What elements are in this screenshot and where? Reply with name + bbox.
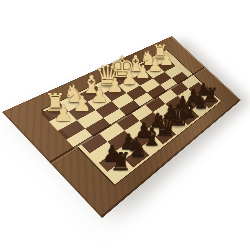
- piece-shadow: [129, 155, 145, 160]
- piece-shadow: [113, 76, 131, 82]
- piece-shadow: [144, 143, 160, 148]
- piece-black-pawn: ♟: [149, 111, 167, 131]
- piece-shadow: [142, 63, 154, 67]
- piece-shadow: [105, 158, 119, 162]
- piece-white-pawn: ♟: [73, 93, 92, 114]
- piece-shadow: [84, 91, 99, 96]
- piece-black-pawn: ♟: [119, 130, 138, 151]
- piece-shadow: [177, 108, 188, 112]
- piece-shadow: [162, 64, 172, 67]
- piece-shadow: [165, 117, 177, 121]
- piece-white-bishop: ♝: [80, 73, 102, 98]
- piece-shadow: [66, 100, 81, 105]
- piece-shadow: [152, 126, 164, 130]
- piece-black-pawn: ♟: [196, 81, 211, 98]
- piece-shadow: [205, 100, 217, 104]
- piece-white-king: ♚: [109, 54, 135, 83]
- piece-black-knight: ♞: [126, 136, 148, 161]
- board-photo: ♜♞♝♛♚♝♞♜♟♟♟♟♟♟♟♟♟♟♟♟♟♟♟♟♜♞♝♛♚♝♞♜: [0, 0, 250, 250]
- piece-black-king: ♚: [165, 101, 191, 130]
- piece-shadow: [198, 93, 208, 96]
- piece-shadow: [122, 147, 135, 151]
- piece-black-rook: ♜: [109, 148, 131, 173]
- piece-black-bishop: ♝: [141, 124, 163, 149]
- piece-shadow: [188, 101, 199, 104]
- piece-shadow: [47, 110, 62, 115]
- pieces-layer: ♜♞♝♛♚♝♞♜♟♟♟♟♟♟♟♟♟♟♟♟♟♟♟♟♜♞♝♛♚♝♞♜: [0, 0, 250, 250]
- piece-white-pawn: ♟: [106, 76, 123, 95]
- piece-shadow: [137, 77, 148, 81]
- piece-black-pawn: ♟: [135, 120, 153, 140]
- piece-white-pawn: ♟: [159, 51, 174, 68]
- piece-shadow: [124, 84, 136, 88]
- piece-shadow: [194, 107, 207, 111]
- piece-shadow: [169, 123, 187, 129]
- piece-shadow: [56, 119, 70, 123]
- piece-black-knight: ♞: [191, 92, 209, 112]
- piece-white-knight: ♞: [139, 48, 157, 68]
- piece-white-bishop: ♝: [126, 53, 146, 75]
- piece-shadow: [113, 167, 128, 172]
- piece-shadow: [183, 115, 197, 119]
- piece-shadow: [138, 136, 151, 140]
- piece-shadow: [129, 69, 143, 73]
- piece-white-pawn: ♟: [147, 57, 162, 74]
- piece-shadow: [93, 100, 106, 104]
- piece-black-pawn: ♟: [102, 141, 122, 163]
- piece-shadow: [150, 70, 161, 73]
- piece-shadow: [76, 109, 89, 113]
- piece-black-bishop: ♝: [180, 98, 200, 120]
- piece-white-pawn: ♟: [90, 84, 108, 104]
- piece-shadow: [99, 83, 116, 89]
- piece-black-rook: ♜: [202, 85, 219, 104]
- piece-white-knight: ♞: [63, 81, 85, 106]
- piece-black-pawn: ♟: [174, 95, 190, 113]
- piece-white-queen: ♛: [95, 62, 120, 90]
- piece-black-queen: ♛: [153, 111, 178, 139]
- piece-white-rook: ♜: [44, 91, 66, 116]
- piece-shadow: [109, 91, 121, 95]
- piece-white-rook: ♜: [152, 43, 169, 61]
- piece-white-pawn: ♟: [135, 63, 151, 81]
- piece-shadow: [157, 133, 175, 139]
- piece-white-pawn: ♟: [121, 69, 138, 88]
- piece-shadow: [154, 57, 165, 61]
- piece-white-pawn: ♟: [53, 102, 73, 124]
- piece-black-pawn: ♟: [162, 103, 179, 122]
- piece-black-pawn: ♟: [186, 87, 202, 104]
